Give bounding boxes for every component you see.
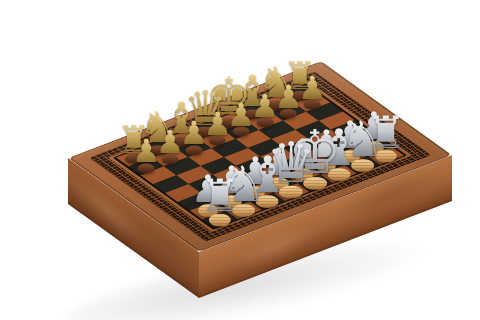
scene: ♜♞♝♛♚♝♞♜♟♟♟♟♟♟♟♟♟♟♟♟♟♟♟♟♜♞♝♛♚♝♞♜ [0,0,480,320]
